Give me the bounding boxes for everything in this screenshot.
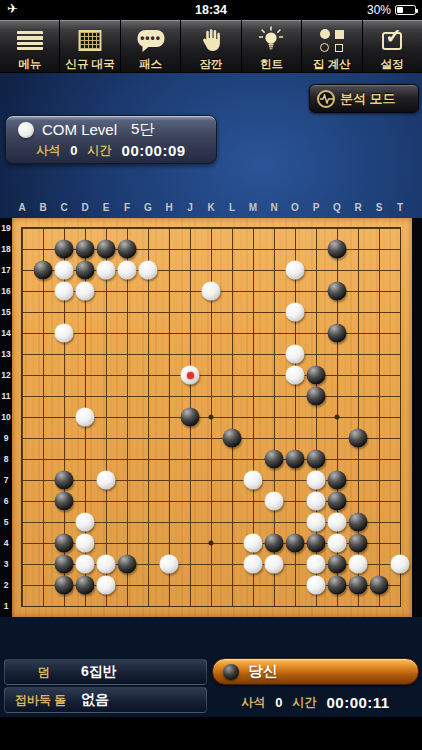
column-label: K <box>207 202 214 213</box>
black-stone-P4 <box>307 534 326 553</box>
column-label: E <box>103 202 110 213</box>
column-label: L <box>229 202 235 213</box>
black-stone-Q3 <box>328 555 347 574</box>
column-label: C <box>60 202 67 213</box>
white-stone-E7 <box>97 471 116 490</box>
hint-button[interactable]: 힌트 <box>242 20 301 73</box>
opponent-panel: COM Level 5단 사석 0 시간 00:00:09 <box>5 115 217 164</box>
column-label: M <box>249 202 257 213</box>
column-label: B <box>39 202 46 213</box>
opponent-captures-value: 0 <box>70 143 77 158</box>
board-column-labels: ABCDEFGHJKLMNOPQRST <box>0 202 422 216</box>
white-stone-N3 <box>265 555 284 574</box>
black-stone-O8 <box>286 450 305 469</box>
hamburger-icon <box>17 24 43 56</box>
white-stone-E17 <box>97 261 116 280</box>
row-label: 15 <box>0 307 12 317</box>
white-stone-O17 <box>286 261 305 280</box>
black-stone-P8 <box>307 450 326 469</box>
white-stone-icon <box>18 122 34 138</box>
white-stone-H3 <box>160 555 179 574</box>
white-stone-J12 <box>181 366 200 385</box>
black-stone-J10 <box>181 408 200 427</box>
white-stone-E3 <box>97 555 116 574</box>
star-point <box>209 541 214 546</box>
white-stone-M7 <box>244 471 263 490</box>
row-label: 16 <box>0 286 12 296</box>
black-stone-F18 <box>118 240 137 259</box>
row-label: 6 <box>0 496 12 506</box>
white-stone-D5 <box>76 513 95 532</box>
pass-button[interactable]: •••• 패스 <box>121 20 180 73</box>
black-stone-Q18 <box>328 240 347 259</box>
black-stone-P12 <box>307 366 326 385</box>
column-label: G <box>144 202 152 213</box>
footer-bar <box>0 717 422 750</box>
opponent-time-label: 시간 <box>88 142 112 159</box>
column-label: Q <box>333 202 341 213</box>
white-stone-P6 <box>307 492 326 511</box>
white-stone-F17 <box>118 261 137 280</box>
white-stone-E2 <box>97 576 116 595</box>
white-stone-O15 <box>286 303 305 322</box>
row-label: 12 <box>0 370 12 380</box>
player-captures-value: 0 <box>275 695 282 710</box>
menu-button[interactable]: 메뉴 <box>0 20 59 73</box>
column-label: F <box>124 202 130 213</box>
white-stone-O12 <box>286 366 305 385</box>
column-label: O <box>291 202 299 213</box>
column-label: J <box>187 202 193 213</box>
black-stone-D2 <box>76 576 95 595</box>
board-row-labels: 19181716151413121110987654321 <box>0 218 12 617</box>
row-label: 2 <box>0 580 12 590</box>
black-stone-Q2 <box>328 576 347 595</box>
black-stone-C3 <box>55 555 74 574</box>
komi-row: 덤 6집반 <box>4 659 207 685</box>
black-stone-N4 <box>265 534 284 553</box>
player-stats-row: 사석 0 시간 00:00:11 <box>212 691 419 713</box>
black-stone-icon <box>223 664 239 680</box>
lightbulb-icon <box>257 24 285 56</box>
black-stone-Q16 <box>328 282 347 301</box>
komi-label: 덤 <box>15 664 73 681</box>
opponent-name: COM Level <box>42 121 117 138</box>
komi-value: 6집반 <box>81 663 117 681</box>
territory-shapes-icon <box>320 24 344 56</box>
analysis-mode-button[interactable]: 분석 모드 <box>309 84 419 113</box>
player-turn-bar: 당신 <box>212 658 419 685</box>
pulse-gauge-icon <box>317 90 335 108</box>
handicap-label: 접바둑 돌 <box>15 692 73 709</box>
app-screen: ✈ 18:34 30% 메뉴 신규 대국 •••• 패스 잠깐 <box>0 0 422 750</box>
black-stone-R4 <box>349 534 368 553</box>
row-label: 10 <box>0 412 12 422</box>
speech-bubble-icon: •••• <box>137 24 164 56</box>
board-grid-icon <box>79 24 102 56</box>
opponent-captures-label: 사석 <box>36 142 60 159</box>
black-stone-C4 <box>55 534 74 553</box>
column-label: P <box>313 202 320 213</box>
row-label: 9 <box>0 433 12 443</box>
black-stone-O4 <box>286 534 305 553</box>
white-stone-C16 <box>55 282 74 301</box>
black-stone-C18 <box>55 240 74 259</box>
white-stone-P3 <box>307 555 326 574</box>
black-stone-N8 <box>265 450 284 469</box>
star-point <box>335 415 340 420</box>
black-stone-L9 <box>223 429 242 448</box>
handicap-row: 접바둑 돌 없음 <box>4 687 207 713</box>
row-label: 18 <box>0 244 12 254</box>
column-label: T <box>397 202 403 213</box>
black-stone-Q6 <box>328 492 347 511</box>
player-name: 당신 <box>248 662 278 681</box>
opponent-time-value: 00:00:09 <box>122 142 186 159</box>
white-stone-C14 <box>55 324 74 343</box>
black-stone-P11 <box>307 387 326 406</box>
column-label: D <box>81 202 88 213</box>
new-game-button[interactable]: 신규 대국 <box>60 20 119 73</box>
row-label: 3 <box>0 559 12 569</box>
row-label: 7 <box>0 475 12 485</box>
black-stone-Q7 <box>328 471 347 490</box>
black-stone-E18 <box>97 240 116 259</box>
row-label: 4 <box>0 538 12 548</box>
black-stone-S2 <box>370 576 389 595</box>
white-stone-G17 <box>139 261 158 280</box>
row-label: 17 <box>0 265 12 275</box>
white-stone-D10 <box>76 408 95 427</box>
battery-percent: 30% <box>367 3 391 17</box>
black-stone-C2 <box>55 576 74 595</box>
column-label: R <box>354 202 361 213</box>
row-label: 11 <box>0 391 12 401</box>
black-stone-Q14 <box>328 324 347 343</box>
black-stone-R5 <box>349 513 368 532</box>
black-stone-C7 <box>55 471 74 490</box>
settings-button[interactable]: ✓ 설정 <box>363 20 422 73</box>
black-stone-D18 <box>76 240 95 259</box>
white-stone-P7 <box>307 471 326 490</box>
column-label: A <box>18 202 25 213</box>
black-stone-C6 <box>55 492 74 511</box>
last-move-marker <box>187 372 194 379</box>
white-stone-R3 <box>349 555 368 574</box>
black-stone-R2 <box>349 576 368 595</box>
status-bar: ✈ 18:34 30% <box>0 0 422 20</box>
go-board[interactable] <box>12 218 412 617</box>
column-label: S <box>376 202 383 213</box>
white-stone-M3 <box>244 555 263 574</box>
row-label: 19 <box>0 223 12 233</box>
white-stone-N6 <box>265 492 284 511</box>
white-stone-O13 <box>286 345 305 364</box>
analysis-mode-label: 분석 모드 <box>340 90 396 108</box>
battery-icon <box>395 5 416 15</box>
clock-time: 18:34 <box>0 3 422 17</box>
column-label: N <box>270 202 277 213</box>
board-right-edge <box>412 218 422 617</box>
white-stone-C17 <box>55 261 74 280</box>
white-stone-K16 <box>202 282 221 301</box>
row-label: 5 <box>0 517 12 527</box>
star-point <box>209 415 214 420</box>
checkbox-icon: ✓ <box>382 24 402 56</box>
row-label: 1 <box>0 601 12 611</box>
white-stone-P5 <box>307 513 326 532</box>
black-stone-D17 <box>76 261 95 280</box>
white-stone-T3 <box>391 555 410 574</box>
black-stone-R9 <box>349 429 368 448</box>
toolbar: 메뉴 신규 대국 •••• 패스 잠깐 <box>0 20 422 73</box>
white-stone-P2 <box>307 576 326 595</box>
black-stone-F3 <box>118 555 137 574</box>
player-time-label: 시간 <box>293 694 317 711</box>
column-label: H <box>165 202 172 213</box>
black-stone-B17 <box>34 261 53 280</box>
white-stone-Q4 <box>328 534 347 553</box>
opponent-rank: 5단 <box>131 120 154 139</box>
white-stone-Q5 <box>328 513 347 532</box>
white-stone-D16 <box>76 282 95 301</box>
player-time-value: 00:00:11 <box>327 694 390 711</box>
row-label: 13 <box>0 349 12 359</box>
handicap-value: 없음 <box>81 691 109 709</box>
white-stone-D3 <box>76 555 95 574</box>
territory-count-button[interactable]: 집 계산 <box>302 20 361 73</box>
raised-hand-icon <box>199 24 223 56</box>
white-stone-M4 <box>244 534 263 553</box>
wait-button[interactable]: 잠깐 <box>181 20 240 73</box>
player-captures-label: 사석 <box>241 694 265 711</box>
row-label: 8 <box>0 454 12 464</box>
row-label: 14 <box>0 328 12 338</box>
white-stone-D4 <box>76 534 95 553</box>
